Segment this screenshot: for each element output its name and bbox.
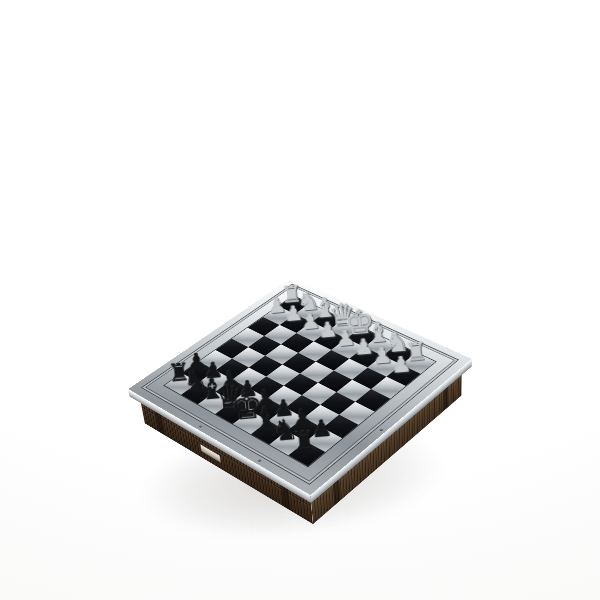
screw-icon [257,459,262,462]
square-f3[interactable] [334,359,368,380]
screw-icon [198,425,202,428]
board-plate: ♜♞♝♛♚♝♞♜♟♟♟♟♟♟♟♟♟♟♟♟♟♟♟♟♜♞♝♛♚♝♞♜ [128,278,472,496]
photo-scene: ♜♞♝♛♚♝♞♜♟♟♟♟♟♟♟♟♟♟♟♟♟♟♟♟♜♞♝♛♚♝♞♜ [0,0,600,600]
black-rook-h8[interactable]: ♜ [284,426,325,456]
screw-icon [379,428,384,431]
chess-set: ♜♞♝♛♚♝♞♜♟♟♟♟♟♟♟♟♟♟♟♟♟♟♟♟♜♞♝♛♚♝♞♜ [128,278,472,496]
product-photo: ♜♞♝♛♚♝♞♜♟♟♟♟♟♟♟♟♟♟♟♟♟♟♟♟♜♞♝♛♚♝♞♜ [0,0,600,600]
white-pawn-h2[interactable]: ♟ [382,352,420,377]
